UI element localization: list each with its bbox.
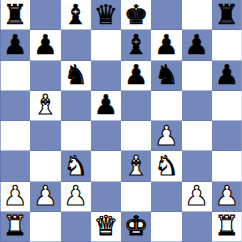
square-a2[interactable]: ♟ [0, 182, 30, 212]
square-h2[interactable]: ♟ [212, 182, 242, 212]
square-b8[interactable] [30, 0, 60, 30]
square-a5[interactable] [0, 91, 30, 121]
square-a3[interactable] [0, 151, 30, 181]
chessboard-grid: ♜♝♛♚♜♟♟♝♟♟♞♟♞♟♝♟♟♞♝♞♟♟♟♟♟♜♛♚♜ [0, 0, 242, 242]
white-bishop[interactable]: ♝ [33, 91, 57, 118]
black-pawn[interactable]: ♟ [215, 61, 239, 88]
square-e8[interactable]: ♚ [121, 0, 151, 30]
white-pawn[interactable]: ♟ [64, 182, 88, 209]
square-b1[interactable] [30, 212, 60, 242]
white-bishop[interactable]: ♝ [124, 152, 148, 179]
square-e5[interactable] [121, 91, 151, 121]
square-g6[interactable] [182, 61, 212, 91]
square-e7[interactable]: ♝ [121, 30, 151, 60]
square-h3[interactable] [212, 151, 242, 181]
square-g1[interactable] [182, 212, 212, 242]
square-d5[interactable]: ♟ [91, 91, 121, 121]
black-pawn[interactable]: ♟ [3, 31, 27, 58]
white-pawn[interactable]: ♟ [185, 182, 209, 209]
square-d7[interactable] [91, 30, 121, 60]
square-a6[interactable] [0, 61, 30, 91]
square-a8[interactable]: ♜ [0, 0, 30, 30]
black-queen[interactable]: ♛ [94, 1, 118, 28]
square-b5[interactable]: ♝ [30, 91, 60, 121]
square-c8[interactable]: ♝ [61, 0, 91, 30]
square-c6[interactable]: ♞ [61, 61, 91, 91]
square-f4[interactable]: ♟ [151, 121, 181, 151]
square-c4[interactable] [61, 121, 91, 151]
square-c2[interactable]: ♟ [61, 182, 91, 212]
square-d1[interactable]: ♛ [91, 212, 121, 242]
square-e1[interactable]: ♚ [121, 212, 151, 242]
square-f5[interactable] [151, 91, 181, 121]
square-f3[interactable]: ♞ [151, 151, 181, 181]
white-knight[interactable]: ♞ [64, 152, 88, 179]
black-rook[interactable]: ♜ [215, 1, 239, 28]
square-b7[interactable]: ♟ [30, 30, 60, 60]
square-h1[interactable]: ♜ [212, 212, 242, 242]
square-f1[interactable] [151, 212, 181, 242]
square-f8[interactable] [151, 0, 181, 30]
square-g4[interactable] [182, 121, 212, 151]
black-bishop[interactable]: ♝ [124, 31, 148, 58]
square-a7[interactable]: ♟ [0, 30, 30, 60]
square-f2[interactable] [151, 182, 181, 212]
square-b3[interactable] [30, 151, 60, 181]
square-g8[interactable] [182, 0, 212, 30]
black-king[interactable]: ♚ [124, 1, 148, 28]
square-d4[interactable] [91, 121, 121, 151]
square-a4[interactable] [0, 121, 30, 151]
square-c7[interactable] [61, 30, 91, 60]
square-d2[interactable] [91, 182, 121, 212]
square-e6[interactable]: ♟ [121, 61, 151, 91]
square-e2[interactable] [121, 182, 151, 212]
square-d8[interactable]: ♛ [91, 0, 121, 30]
square-g3[interactable] [182, 151, 212, 181]
square-f6[interactable]: ♞ [151, 61, 181, 91]
white-king[interactable]: ♚ [124, 212, 148, 239]
white-rook[interactable]: ♜ [3, 212, 27, 239]
square-h8[interactable]: ♜ [212, 0, 242, 30]
square-d6[interactable] [91, 61, 121, 91]
black-pawn[interactable]: ♟ [33, 31, 57, 58]
square-f7[interactable]: ♟ [151, 30, 181, 60]
square-h5[interactable] [212, 91, 242, 121]
square-b4[interactable] [30, 121, 60, 151]
square-c1[interactable] [61, 212, 91, 242]
square-a1[interactable]: ♜ [0, 212, 30, 242]
white-pawn[interactable]: ♟ [3, 182, 27, 209]
square-e3[interactable]: ♝ [121, 151, 151, 181]
square-g7[interactable]: ♟ [182, 30, 212, 60]
square-d3[interactable] [91, 151, 121, 181]
square-b6[interactable] [30, 61, 60, 91]
white-pawn[interactable]: ♟ [33, 182, 57, 209]
white-rook[interactable]: ♜ [215, 212, 239, 239]
black-knight[interactable]: ♞ [64, 61, 88, 88]
black-rook[interactable]: ♜ [3, 1, 27, 28]
white-pawn[interactable]: ♟ [215, 182, 239, 209]
black-pawn[interactable]: ♟ [94, 91, 118, 118]
square-h4[interactable] [212, 121, 242, 151]
square-b2[interactable]: ♟ [30, 182, 60, 212]
square-h6[interactable]: ♟ [212, 61, 242, 91]
square-e4[interactable] [121, 121, 151, 151]
black-pawn[interactable]: ♟ [124, 61, 148, 88]
black-pawn[interactable]: ♟ [185, 31, 209, 58]
chessboard: ♜♝♛♚♜♟♟♝♟♟♞♟♞♟♝♟♟♞♝♞♟♟♟♟♟♜♛♚♜ [0, 0, 242, 242]
black-bishop[interactable]: ♝ [64, 1, 88, 28]
square-c5[interactable] [61, 91, 91, 121]
square-g2[interactable]: ♟ [182, 182, 212, 212]
white-knight[interactable]: ♞ [154, 152, 178, 179]
square-c3[interactable]: ♞ [61, 151, 91, 181]
square-h7[interactable] [212, 30, 242, 60]
black-knight[interactable]: ♞ [154, 61, 178, 88]
white-queen[interactable]: ♛ [94, 212, 118, 239]
black-pawn[interactable]: ♟ [154, 31, 178, 58]
square-g5[interactable] [182, 91, 212, 121]
white-pawn[interactable]: ♟ [154, 122, 178, 149]
